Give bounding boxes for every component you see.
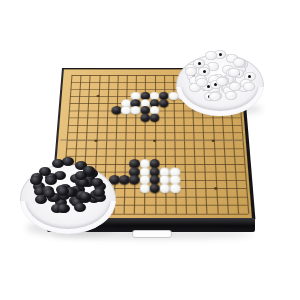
black-stone xyxy=(159,99,169,107)
black-stone-pebble xyxy=(57,187,69,196)
white-stone-pebble xyxy=(185,67,197,76)
hoshi-point xyxy=(97,95,100,97)
black-stone-pebble xyxy=(75,171,87,180)
white-stone xyxy=(170,184,181,193)
black-stone xyxy=(149,184,160,193)
hoshi-point xyxy=(212,139,215,141)
fold-seam xyxy=(60,140,243,142)
hoshi-point xyxy=(153,139,156,141)
magnet-dot xyxy=(219,53,222,56)
magnet-dot xyxy=(198,62,201,65)
black-stone xyxy=(119,175,130,184)
white-stone-pebble xyxy=(198,67,210,76)
bowl-rim-clip xyxy=(20,201,116,235)
hoshi-point xyxy=(214,187,217,190)
white-stone-pebble xyxy=(193,59,205,68)
black-stone xyxy=(150,114,160,122)
magnet-dot xyxy=(248,75,251,78)
white-stone xyxy=(160,184,171,193)
hoshi-point xyxy=(94,139,97,141)
black-stone xyxy=(140,114,150,122)
black-stone-pebble xyxy=(79,192,91,201)
white-stone-pebble xyxy=(216,77,228,86)
black-stone-pebble xyxy=(62,157,74,166)
white-stone-pebble xyxy=(233,58,245,67)
white-stone xyxy=(130,106,140,114)
board-clasp xyxy=(132,230,172,238)
bowl-rim-clip xyxy=(176,87,264,117)
white-stone-bowl xyxy=(176,42,264,118)
black-stone-bowl xyxy=(20,146,116,236)
bowl-rim xyxy=(20,201,116,234)
black-stone-pebble xyxy=(91,178,103,187)
white-stone-pebble xyxy=(205,51,217,60)
magnet-dot xyxy=(203,70,206,73)
black-stone xyxy=(129,175,140,184)
white-stone xyxy=(139,184,150,193)
black-stone-pebble xyxy=(52,159,64,168)
bowl-rim xyxy=(176,87,264,116)
black-stone-pebble xyxy=(45,176,57,185)
